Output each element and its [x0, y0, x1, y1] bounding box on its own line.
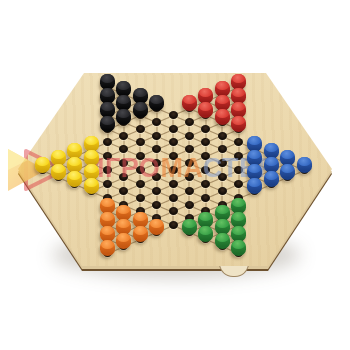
hole[interactable] [185, 173, 194, 181]
hole[interactable] [218, 187, 227, 195]
peg-yellow[interactable] [67, 171, 82, 187]
peg-blue[interactable] [297, 157, 312, 173]
hole[interactable] [136, 138, 145, 146]
hole[interactable] [234, 152, 243, 160]
hole[interactable] [169, 138, 178, 146]
peg-black[interactable] [133, 102, 148, 118]
hole[interactable] [152, 145, 161, 153]
hole[interactable] [185, 118, 194, 126]
hole[interactable] [185, 159, 194, 167]
hole[interactable] [152, 159, 161, 167]
hole[interactable] [152, 132, 161, 140]
peg-blue[interactable] [280, 164, 295, 180]
peg-green[interactable] [231, 240, 246, 256]
hole[interactable] [119, 187, 128, 195]
hole[interactable] [136, 180, 145, 188]
peg-green[interactable] [215, 233, 230, 249]
hole[interactable] [152, 173, 161, 181]
peg-green[interactable] [198, 226, 213, 242]
peg-blue[interactable] [247, 178, 262, 194]
hole[interactable] [234, 180, 243, 188]
hole[interactable] [234, 138, 243, 146]
hole[interactable] [103, 152, 112, 160]
peg-red[interactable] [182, 95, 197, 111]
peg-black[interactable] [100, 116, 115, 132]
hole[interactable] [152, 187, 161, 195]
hole[interactable] [201, 125, 210, 133]
hole[interactable] [103, 166, 112, 174]
hole[interactable] [185, 187, 194, 195]
hole[interactable] [201, 152, 210, 160]
hole[interactable] [201, 166, 210, 174]
hole[interactable] [136, 152, 145, 160]
hole[interactable] [136, 194, 145, 202]
hole[interactable] [185, 132, 194, 140]
hole[interactable] [119, 145, 128, 153]
peg-yellow[interactable] [84, 178, 99, 194]
peg-orange[interactable] [133, 226, 148, 242]
peg-orange[interactable] [149, 219, 164, 235]
peg-green[interactable] [182, 219, 197, 235]
peg-red[interactable] [198, 102, 213, 118]
hole[interactable] [218, 159, 227, 167]
peg-black[interactable] [149, 95, 164, 111]
hole[interactable] [169, 166, 178, 174]
peg-red[interactable] [231, 116, 246, 132]
hole[interactable] [218, 132, 227, 140]
hole[interactable] [169, 125, 178, 133]
hole[interactable] [185, 201, 194, 209]
hole[interactable] [169, 111, 178, 119]
hole[interactable] [103, 180, 112, 188]
hole[interactable] [152, 201, 161, 209]
hole[interactable] [218, 173, 227, 181]
hole[interactable] [169, 180, 178, 188]
hole[interactable] [103, 138, 112, 146]
hole[interactable] [234, 166, 243, 174]
hole[interactable] [119, 132, 128, 140]
hole[interactable] [152, 118, 161, 126]
hole[interactable] [201, 138, 210, 146]
peg-yellow[interactable] [35, 157, 50, 173]
peg-orange[interactable] [100, 240, 115, 256]
peg-blue[interactable] [264, 171, 279, 187]
hole[interactable] [201, 194, 210, 202]
hole[interactable] [201, 180, 210, 188]
peg-red[interactable] [215, 109, 230, 125]
hole[interactable] [169, 152, 178, 160]
peg-orange[interactable] [116, 233, 131, 249]
hole[interactable] [169, 221, 178, 229]
hole[interactable] [119, 159, 128, 167]
peg-black[interactable] [116, 109, 131, 125]
hole[interactable] [136, 125, 145, 133]
hole[interactable] [185, 145, 194, 153]
hole[interactable] [218, 145, 227, 153]
peg-yellow[interactable] [51, 164, 66, 180]
hole[interactable] [169, 207, 178, 215]
hole[interactable] [136, 166, 145, 174]
hole[interactable] [169, 194, 178, 202]
chinese-checkers-board [0, 0, 350, 350]
product-photo-scene: ИГРОМАСТЕР [0, 0, 350, 350]
